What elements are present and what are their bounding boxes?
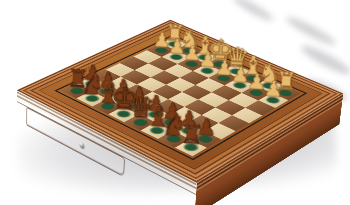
- drawer-knob-icon[interactable]: [79, 141, 84, 149]
- chess-case-top: ♜♞♝♚♛♝♞♜♟♟♟♟♟♟♟♟♟♟♟♟♟♟♟♟♜♞♝♚♛♝♞♜: [17, 20, 344, 183]
- product-photo-stage: ♜♞♝♚♛♝♞♜♟♟♟♟♟♟♟♟♟♟♟♟♟♟♟♟♜♞♝♚♛♝♞♜: [0, 0, 350, 205]
- piece-black-rook[interactable]: ♜: [172, 121, 212, 149]
- piece-white-pawn[interactable]: ♟: [255, 78, 292, 101]
- scene-tilt-wrapper: ♜♞♝♚♛♝♞♜♟♟♟♟♟♟♟♟♟♟♟♟♟♟♟♟♜♞♝♚♛♝♞♜: [0, 0, 350, 205]
- chess-case-scene: ♜♞♝♚♛♝♞♜♟♟♟♟♟♟♟♟♟♟♟♟♟♟♟♟♜♞♝♚♛♝♞♜: [0, 0, 350, 205]
